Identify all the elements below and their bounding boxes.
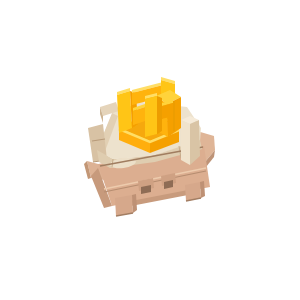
cross-post-front [145, 96, 157, 137]
product-photo [0, 0, 300, 300]
keyboard-switch-image [0, 0, 300, 300]
stem-left-wall [117, 91, 132, 133]
cross-post-side [157, 96, 162, 134]
front-right-post-left-face [181, 120, 190, 165]
top-housing-front-right-post [181, 116, 200, 165]
